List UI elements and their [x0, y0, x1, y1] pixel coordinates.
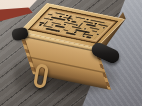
- maze-wall-h: [83, 21, 93, 24]
- maze-wall-h: [92, 30, 97, 32]
- maze-wall-h: [47, 13, 52, 15]
- maze-field: [35, 11, 112, 40]
- maze-hole: [57, 30, 61, 32]
- maze-wall-h: [89, 27, 99, 30]
- maze-hole: [102, 27, 106, 29]
- maze-wall-h: [54, 25, 64, 28]
- maze-platform: [31, 9, 116, 43]
- maze-wall-v: [43, 21, 48, 25]
- maze-hole: [96, 33, 100, 35]
- maze-wall-h: [75, 17, 85, 20]
- maze-wall-h: [86, 36, 91, 38]
- maze-wall-h: [71, 21, 76, 23]
- maze-hole: [83, 28, 87, 30]
- maze-hole: [74, 31, 78, 33]
- maze-wall-h: [42, 25, 52, 28]
- labyrinth-photo-scene: [0, 0, 142, 106]
- maze-wall-h: [63, 29, 68, 31]
- maze-hole: [63, 24, 67, 26]
- maze-wall-v: [78, 23, 83, 27]
